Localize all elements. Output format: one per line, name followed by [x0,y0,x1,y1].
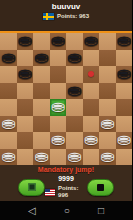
black-piece[interactable]: ⛂ [117,33,131,49]
board-cell[interactable] [83,83,100,100]
board-cell[interactable] [66,116,83,133]
android-nav-bar: ◁ ○ □ [0,201,132,220]
board-cell[interactable]: ⛂ [99,149,116,166]
board-cell[interactable] [99,33,116,50]
board-cell[interactable] [99,83,116,100]
board-cell[interactable] [0,83,17,100]
white-piece[interactable]: ⛂ [100,115,114,131]
board-cell[interactable]: ⛂ [33,149,50,166]
opponent-name: buuvuv [52,2,80,11]
board-cell[interactable]: ⛂ [66,83,83,100]
board-cell[interactable] [99,66,116,83]
white-piece[interactable]: ⛂ [51,132,65,148]
white-piece[interactable]: ⛂ [1,115,15,131]
black-piece[interactable]: ⛂ [34,49,48,65]
board-cell[interactable]: ⛂ [17,33,34,50]
board-cell[interactable]: ⛂ [66,50,83,67]
board-cell[interactable] [66,99,83,116]
player-points: Points: 996 [58,185,87,199]
white-piece[interactable]: ⛂ [117,132,131,148]
recents-icon[interactable]: □ [98,206,104,216]
board-cell[interactable] [116,99,133,116]
player-name: 9999 [58,175,74,183]
mandatory-jump-message: Mandatory jump! [0,165,132,175]
board-cell[interactable] [83,149,100,166]
board-cell[interactable]: ⛂ [33,50,50,67]
jump-target-dot[interactable] [88,71,94,77]
board-cell[interactable] [33,116,50,133]
black-piece[interactable]: ⛂ [117,66,131,82]
board-cell[interactable]: ⛂ [0,116,17,133]
board-cell[interactable] [17,99,34,116]
board-cell[interactable] [116,83,133,100]
menu-button[interactable] [18,179,45,196]
board-cell[interactable] [83,66,100,83]
board-cell[interactable] [33,83,50,100]
board-cell[interactable] [50,66,67,83]
usa-flag-icon [45,189,55,196]
black-piece[interactable]: ⛂ [18,66,32,82]
board-cell[interactable] [50,149,67,166]
black-piece[interactable]: ⛂ [1,49,15,65]
board-cell[interactable] [0,66,17,83]
black-piece[interactable]: ⛂ [18,33,32,49]
board-cell[interactable] [33,66,50,83]
board-cell[interactable]: ⛂ [116,66,133,83]
stop-button[interactable] [87,179,114,196]
board-cell[interactable]: ⛂ [17,66,34,83]
board: ⛂⛂⛂⛂⛂⛂⛂⛂⛂⛂⛂⛂⛂⛂⛂⛂⛂⛂⛂⛂ [0,33,132,165]
board-cell[interactable]: ⛂ [116,132,133,149]
white-piece[interactable]: ⛂ [1,148,15,164]
board-cell[interactable] [17,116,34,133]
board-cell[interactable]: ⛂ [0,149,17,166]
black-piece[interactable]: ⛂ [67,49,81,65]
opponent-points: Points: 963 [57,13,89,20]
black-piece[interactable]: ⛂ [51,33,65,49]
board-icon [28,183,36,191]
board-cell[interactable] [17,132,34,149]
opponent-info-bar: buuvuv Points: 963 [0,0,132,31]
white-piece[interactable]: ⛂ [67,148,81,164]
board-cell[interactable]: ⛂ [0,50,17,67]
board-cell[interactable] [116,149,133,166]
board-cell[interactable]: ⛂ [66,149,83,166]
back-icon[interactable]: ◁ [28,206,36,216]
white-piece[interactable]: ⛂ [100,148,114,164]
selected-cell[interactable]: ⛂ [50,99,67,116]
board-cell[interactable] [17,83,34,100]
board-cell[interactable]: ⛂ [83,33,100,50]
board-cell[interactable] [83,99,100,116]
board-cell[interactable]: ⛂ [99,116,116,133]
board-cell[interactable]: ⛂ [83,132,100,149]
board-cell[interactable] [17,149,34,166]
checkers-app-screen: buuvuv Points: 963 ⛂⛂⛂⛂⛂⛂⛂⛂⛂⛂⛂⛂⛂⛂⛂⛂⛂⛂⛂⛂ … [0,0,132,220]
black-piece[interactable]: ⛂ [84,33,98,49]
home-icon[interactable]: ○ [64,206,70,216]
board-cell[interactable] [99,50,116,67]
board-cell[interactable]: ⛂ [116,33,133,50]
board-cell[interactable] [50,50,67,67]
board-cell[interactable] [33,99,50,116]
sweden-flag-icon [43,13,54,20]
stop-icon [97,184,104,191]
board-cell[interactable]: ⛂ [50,132,67,149]
black-piece[interactable]: ⛂ [67,82,81,98]
board-cell[interactable]: ⛂ [50,33,67,50]
white-piece[interactable]: ⛂ [51,99,65,115]
white-piece[interactable]: ⛂ [84,132,98,148]
player-info-bar: Mandatory jump! 9999 Points: 996 [0,165,132,201]
board-cell[interactable] [83,50,100,67]
white-piece[interactable]: ⛂ [34,148,48,164]
